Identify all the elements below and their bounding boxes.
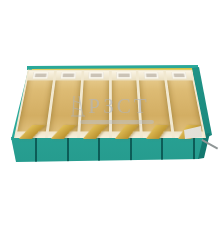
window (171, 72, 187, 78)
window (61, 72, 76, 78)
window (117, 72, 132, 78)
window (33, 72, 49, 78)
room-cell (48, 71, 82, 138)
window (144, 72, 159, 78)
window (89, 72, 104, 78)
product-render-canvas: РЗСТ (0, 0, 220, 230)
room-cell (80, 71, 109, 138)
interior-grid (14, 70, 206, 138)
room-cell (111, 71, 140, 138)
